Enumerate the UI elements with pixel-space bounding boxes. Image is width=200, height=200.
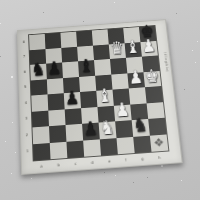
square-g3 bbox=[130, 103, 148, 120]
square-b7 bbox=[45, 48, 62, 64]
square-e1 bbox=[100, 138, 118, 156]
square-a2 bbox=[32, 126, 49, 144]
photo-scene: 87654321 ♚♛♝♟♞♟♝♟♚♟♝♟♟♞♞❖ abcdefgh (ille… bbox=[0, 0, 200, 200]
square-h5: ♚ bbox=[143, 71, 161, 88]
square-h7: ♟ bbox=[140, 41, 157, 57]
square-a4 bbox=[31, 94, 48, 111]
file-label-h: h bbox=[158, 156, 161, 160]
square-d1 bbox=[83, 139, 101, 157]
square-b2 bbox=[49, 125, 66, 143]
square-f5 bbox=[111, 73, 129, 90]
square-a5 bbox=[31, 79, 48, 96]
square-d3 bbox=[81, 107, 99, 124]
square-d8 bbox=[76, 31, 93, 47]
square-f2 bbox=[115, 120, 133, 138]
square-h3 bbox=[147, 102, 165, 119]
file-label-g: g bbox=[141, 157, 144, 161]
square-c6 bbox=[62, 61, 79, 77]
rank-label-8: 8 bbox=[23, 40, 25, 44]
square-e3 bbox=[97, 105, 115, 122]
square-e4: ♝ bbox=[96, 90, 114, 107]
square-g5: ♟ bbox=[127, 72, 145, 89]
square-e2: ♞ bbox=[99, 121, 117, 139]
square-a8 bbox=[29, 34, 45, 50]
file-label-d: d bbox=[91, 161, 94, 165]
square-b4 bbox=[48, 93, 65, 110]
rank-label-2: 2 bbox=[26, 133, 29, 137]
square-a7 bbox=[30, 49, 47, 65]
square-d4 bbox=[80, 91, 97, 108]
rank-label-3: 3 bbox=[25, 117, 28, 121]
file-label-a: a bbox=[40, 165, 43, 169]
square-a1 bbox=[33, 143, 50, 161]
square-c2 bbox=[66, 124, 84, 142]
board-emblem-icon: ❖ bbox=[153, 136, 165, 150]
square-f3: ♟ bbox=[114, 104, 132, 121]
square-a6: ♞ bbox=[30, 64, 47, 80]
square-g6 bbox=[126, 57, 143, 73]
piece-black-king-h8: ♚ bbox=[140, 23, 155, 41]
square-f6 bbox=[110, 58, 127, 74]
brand-text: (illegible) bbox=[163, 52, 169, 72]
square-a3 bbox=[32, 110, 49, 127]
board-perspective-wrap: 87654321 ♚♛♝♟♞♟♝♟♚♟♝♟♟♞♞❖ abcdefgh (ille… bbox=[17, 19, 183, 175]
square-g2: ♞ bbox=[132, 119, 150, 137]
square-c8 bbox=[60, 32, 77, 48]
square-f8 bbox=[108, 28, 125, 44]
square-h2 bbox=[148, 118, 166, 135]
square-c5 bbox=[63, 77, 80, 94]
file-label-b: b bbox=[57, 163, 60, 167]
square-c1 bbox=[66, 140, 84, 158]
square-f7: ♛ bbox=[109, 43, 126, 59]
square-h4 bbox=[145, 86, 163, 103]
square-c4: ♟ bbox=[64, 92, 81, 109]
square-b3 bbox=[48, 109, 65, 126]
square-h1: ❖ bbox=[150, 134, 169, 152]
square-g8 bbox=[123, 27, 140, 43]
square-b5 bbox=[47, 78, 64, 95]
file-label-e: e bbox=[108, 160, 111, 164]
square-h8: ♚ bbox=[139, 26, 156, 42]
square-e7 bbox=[93, 44, 110, 60]
square-d2: ♟ bbox=[82, 123, 100, 141]
square-h6 bbox=[142, 55, 160, 71]
square-b6: ♟ bbox=[46, 62, 63, 78]
square-g4 bbox=[129, 87, 147, 104]
square-c3 bbox=[65, 108, 82, 125]
square-d5 bbox=[79, 75, 96, 92]
square-b8 bbox=[45, 33, 62, 49]
square-e8 bbox=[92, 29, 109, 45]
rank-label-5: 5 bbox=[24, 85, 27, 89]
square-g1 bbox=[133, 135, 151, 153]
square-f4 bbox=[112, 88, 130, 105]
rank-label-6: 6 bbox=[23, 70, 26, 74]
board-grid: ♚♛♝♟♞♟♝♟♚♟♝♟♟♞♞❖ bbox=[28, 25, 169, 161]
rank-label-1: 1 bbox=[26, 150, 29, 154]
square-g7: ♝ bbox=[125, 42, 142, 58]
chessboard: 87654321 ♚♛♝♟♞♟♝♟♚♟♝♟♟♞♞❖ abcdefgh (ille… bbox=[17, 19, 183, 175]
square-e5 bbox=[95, 74, 112, 91]
square-d7 bbox=[77, 45, 94, 61]
rank-label-4: 4 bbox=[25, 101, 28, 105]
rank-label-7: 7 bbox=[23, 55, 25, 59]
square-c7 bbox=[61, 46, 78, 62]
file-label-c: c bbox=[74, 162, 76, 166]
square-d6: ♝ bbox=[78, 60, 95, 76]
square-b1 bbox=[50, 141, 68, 159]
file-label-f: f bbox=[125, 158, 127, 162]
square-e6 bbox=[94, 59, 111, 75]
square-f1 bbox=[116, 136, 134, 154]
